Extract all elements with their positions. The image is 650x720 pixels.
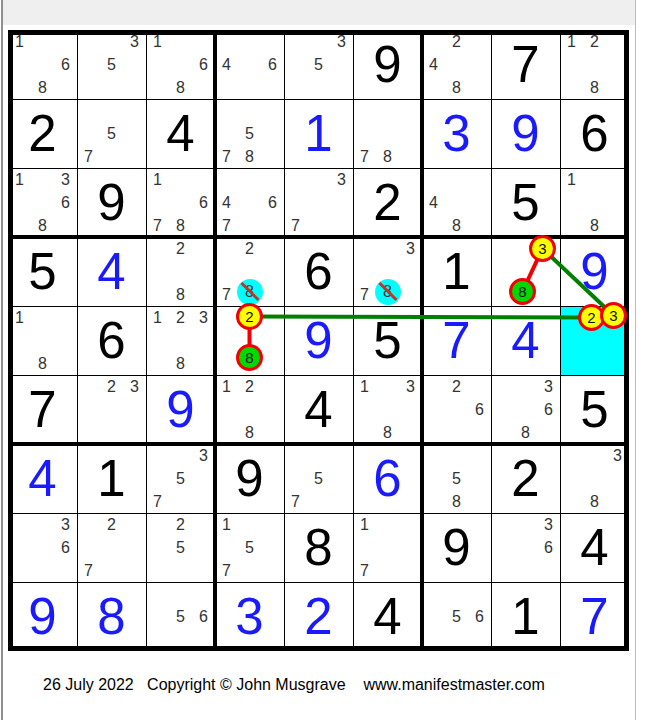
cell-r9c2[interactable]: 8 [77,582,146,651]
candidate-mark: 2 [100,513,123,536]
candidate-mark: 1 [146,168,169,191]
candidate-mark: 5 [307,467,330,490]
candidate-mark: 4 [422,53,445,76]
candidate-mark: 6 [192,191,215,214]
candidate-mark: 8 [376,421,399,444]
candidate-mark: 2 [169,237,192,260]
cell-r1c8[interactable]: 7 [491,30,560,99]
solved-digit: 2 [491,444,560,513]
candidate-mark: 8 [31,352,54,375]
cell-r8c2[interactable]: 27 [77,513,146,582]
solved-digit: 3 [215,582,284,651]
candidate-mark: 8 [376,145,399,168]
sudoku-app-page: { "game": "sudoku", "position": "0000090… [0,0,650,720]
cell-r4c2[interactable]: 4 [77,237,146,306]
chain-node-yellow-3: 3 [529,235,556,262]
candidate-mark: 5 [100,122,123,145]
candidate-mark: 7 [77,145,100,168]
cell-r9c7[interactable]: 56 [422,582,491,651]
candidate-mark: 7 [353,283,376,306]
cell-r7c1[interactable]: 4 [8,444,77,513]
solved-digit: 9 [284,306,353,375]
candidate-mark: 3 [123,375,146,398]
cell-r9c5[interactable]: 2 [284,582,353,651]
solved-digit: 8 [284,513,353,582]
candidate-mark: 8 [238,145,261,168]
solved-digit: 9 [8,582,77,651]
cell-r9c1[interactable]: 9 [8,582,77,651]
solved-digit: 6 [284,237,353,306]
solved-digit: 6 [353,444,422,513]
cell-r7c4[interactable]: 9 [215,444,284,513]
candidate-mark: 5 [307,53,330,76]
eliminated-candidate-8: 8 [237,279,263,305]
chain-node-green-8: 8 [236,344,263,371]
solved-digit: 9 [422,513,491,582]
solved-digit: 2 [284,582,353,651]
candidate-mark: 8 [583,76,606,99]
candidate-mark: 4 [215,191,238,214]
candidate-mark: 1 [560,168,583,191]
cell-r3c7[interactable]: 48 [422,168,491,237]
candidate-mark: 3 [123,30,146,53]
candidate-mark: 5 [238,536,261,559]
cell-r2c4[interactable]: 578 [215,99,284,168]
candidate-mark: 8 [583,214,606,237]
solved-digit: 7 [8,375,77,444]
solved-digit: 7 [560,582,629,651]
candidate-mark: 3 [330,30,353,53]
cell-r9c6[interactable]: 4 [353,582,422,651]
candidate-mark: 3 [330,168,353,191]
candidate-mark: 7 [215,214,238,237]
candidate-mark: 5 [169,467,192,490]
candidate-mark: 5 [445,605,468,628]
candidate-mark: 7 [77,559,100,582]
solved-digit: 1 [422,237,491,306]
candidate-mark: 8 [31,76,54,99]
candidate-mark: 3 [399,237,422,260]
cell-r4c5[interactable]: 6 [284,237,353,306]
candidate-mark: 5 [169,536,192,559]
cell-r4c7[interactable]: 1 [422,237,491,306]
cell-r2c5[interactable]: 1 [284,99,353,168]
cell-r7c2[interactable]: 1 [77,444,146,513]
candidate-mark: 3 [192,444,215,467]
chain-node-yellow-2: 2 [236,303,263,330]
solved-digit: 1 [284,99,353,168]
cell-r3c5[interactable]: 37 [284,168,353,237]
solved-digit: 2 [8,99,77,168]
candidate-mark: 1 [353,513,376,536]
candidate-mark: 8 [169,352,192,375]
cell-r4c3[interactable]: 28 [146,237,215,306]
cell-r7c8[interactable]: 2 [491,444,560,513]
cell-r6c6[interactable]: 138 [353,375,422,444]
cell-r8c1[interactable]: 36 [8,513,77,582]
cell-r4c9[interactable]: 9 [560,237,629,306]
solved-digit: 7 [422,306,491,375]
candidate-mark: 2 [445,375,468,398]
candidate-mark: 6 [54,191,77,214]
cell-r7c7[interactable]: 58 [422,444,491,513]
solved-digit: 5 [353,306,422,375]
solved-digit: 1 [77,444,146,513]
candidate-mark: 8 [583,490,606,513]
candidate-mark: 8 [169,283,192,306]
candidate-mark: 3 [54,168,77,191]
cell-r2c1[interactable]: 2 [8,99,77,168]
solved-digit: 6 [560,99,629,168]
candidate-mark: 1 [353,375,376,398]
cell-r9c9[interactable]: 7 [560,582,629,651]
candidate-mark: 1 [560,30,583,53]
candidate-mark: 3 [192,306,215,329]
candidate-mark: 8 [445,490,468,513]
candidate-mark: 8 [238,421,261,444]
cell-r1c1[interactable]: 168 [8,30,77,99]
candidate-mark: 7 [215,145,238,168]
cell-r3c8[interactable]: 5 [491,168,560,237]
cell-r4c1[interactable]: 5 [8,237,77,306]
solved-digit: 4 [560,513,629,582]
cell-r5c6[interactable]: 5 [353,306,422,375]
solved-digit: 5 [8,237,77,306]
solved-digit: 3 [422,99,491,168]
candidate-mark: 5 [169,605,192,628]
candidate-mark: 8 [169,76,192,99]
solved-digit: 9 [353,30,422,99]
sudoku-board: 1683516846359248712825745781783961368916… [8,30,629,651]
candidate-mark: 7 [284,214,307,237]
cell-r3c1[interactable]: 1368 [8,168,77,237]
solved-digit: 9 [215,444,284,513]
candidate-mark: 1 [8,306,31,329]
candidate-mark: 1 [146,30,169,53]
solved-digit: 9 [560,237,629,306]
cell-r6c1[interactable]: 7 [8,375,77,444]
solved-digit: 9 [491,99,560,168]
cell-r8c9[interactable]: 4 [560,513,629,582]
cell-r6c2[interactable]: 23 [77,375,146,444]
cell-r6c8[interactable]: 368 [491,375,560,444]
cell-r1c7[interactable]: 248 [422,30,491,99]
cell-r5c1[interactable]: 18 [8,306,77,375]
candidate-mark: 5 [100,53,123,76]
candidate-mark: 2 [238,237,261,260]
candidate-mark: 3 [537,513,560,536]
cell-r7c9[interactable]: 38 [560,444,629,513]
cell-r9c3[interactable]: 56 [146,582,215,651]
candidate-mark: 7 [353,559,376,582]
cell-r8c7[interactable]: 9 [422,513,491,582]
candidate-mark: 3 [54,513,77,536]
candidate-mark: 7 [146,214,169,237]
solved-digit: 4 [146,99,215,168]
candidate-mark: 8 [31,214,54,237]
candidate-mark: 7 [353,145,376,168]
candidate-mark: 8 [169,214,192,237]
candidate-mark: 1 [146,306,169,329]
candidate-mark: 2 [100,375,123,398]
chain-node-green-8: 8 [509,278,536,305]
candidate-mark: 2 [169,306,192,329]
cell-r1c6[interactable]: 9 [353,30,422,99]
candidate-mark: 6 [537,536,560,559]
cell-r5c7[interactable]: 7 [422,306,491,375]
cell-r8c8[interactable]: 36 [491,513,560,582]
cell-r1c4[interactable]: 46 [215,30,284,99]
candidate-mark: 2 [238,375,261,398]
solved-digit: 8 [77,582,146,651]
candidate-mark: 3 [537,375,560,398]
cell-r2c9[interactable]: 6 [560,99,629,168]
candidate-mark: 1 [8,168,31,191]
cell-r5c8[interactable]: 4 [491,306,560,375]
cell-r9c4[interactable]: 3 [215,582,284,651]
solved-digit: 4 [77,237,146,306]
cell-r1c5[interactable]: 35 [284,30,353,99]
candidate-mark: 6 [54,536,77,559]
candidate-mark: 6 [261,53,284,76]
solved-digit: 4 [284,375,353,444]
cell-r8c3[interactable]: 25 [146,513,215,582]
cell-r7c3[interactable]: 357 [146,444,215,513]
solved-digit: 5 [560,375,629,444]
solved-digit: 4 [491,306,560,375]
cell-r5c5[interactable]: 9 [284,306,353,375]
candidate-mark: 2 [583,30,606,53]
solved-digit: 1 [491,582,560,651]
cell-r3c9[interactable]: 18 [560,168,629,237]
cell-r8c4[interactable]: 157 [215,513,284,582]
solved-digit: 5 [491,168,560,237]
eliminated-candidate-8: 8 [375,279,401,305]
candidate-mark: 7 [215,283,238,306]
candidate-mark: 8 [514,421,537,444]
cell-r2c7[interactable]: 3 [422,99,491,168]
cell-r1c2[interactable]: 35 [77,30,146,99]
candidate-mark: 1 [215,513,238,536]
solved-digit: 7 [491,30,560,99]
candidate-mark: 4 [215,53,238,76]
cell-r6c7[interactable]: 26 [422,375,491,444]
solved-digit: 2 [353,168,422,237]
cell-r3c4[interactable]: 467 [215,168,284,237]
candidate-mark: 3 [399,375,422,398]
window-edge-left [1,0,3,720]
cell-r6c4[interactable]: 128 [215,375,284,444]
footer-credit: 26 July 2022 Copyright © John Musgrave w… [43,676,545,694]
cell-r3c3[interactable]: 1678 [146,168,215,237]
candidate-mark: 6 [468,398,491,421]
candidate-mark: 6 [192,53,215,76]
candidate-mark: 8 [445,214,468,237]
candidate-mark: 5 [238,122,261,145]
cell-r2c3[interactable]: 4 [146,99,215,168]
cell-r8c6[interactable]: 17 [353,513,422,582]
candidate-mark: 5 [445,467,468,490]
cell-r8c5[interactable]: 8 [284,513,353,582]
solved-digit: 9 [77,168,146,237]
window-edge-right [635,0,636,720]
candidate-mark: 6 [468,605,491,628]
cell-r2c8[interactable]: 9 [491,99,560,168]
solved-digit: 6 [77,306,146,375]
solved-digit: 4 [353,582,422,651]
cell-r7c6[interactable]: 6 [353,444,422,513]
candidate-mark: 8 [445,76,468,99]
candidate-mark: 7 [215,559,238,582]
solved-digit: 4 [8,444,77,513]
cell-r6c5[interactable]: 4 [284,375,353,444]
candidate-mark: 7 [146,490,169,513]
cell-r1c9[interactable]: 128 [560,30,629,99]
cell-r6c9[interactable]: 5 [560,375,629,444]
cell-r9c8[interactable]: 1 [491,582,560,651]
candidate-mark: 6 [261,191,284,214]
candidate-mark: 7 [284,490,307,513]
solved-digit: 9 [146,375,215,444]
cell-r3c6[interactable]: 2 [353,168,422,237]
candidate-mark: 1 [8,30,31,53]
top-strip [3,0,635,25]
candidate-mark: 6 [192,605,215,628]
cell-r6c3[interactable]: 9 [146,375,215,444]
candidate-mark: 2 [445,30,468,53]
candidate-mark: 1 [215,375,238,398]
cell-r3c2[interactable]: 9 [77,168,146,237]
candidate-mark: 3 [606,444,629,467]
cell-r5c3[interactable]: 1238 [146,306,215,375]
chain-node-yellow-3: 3 [600,302,627,329]
cell-r5c2[interactable]: 6 [77,306,146,375]
cell-r2c6[interactable]: 78 [353,99,422,168]
candidate-mark: 4 [422,191,445,214]
candidate-mark: 2 [169,513,192,536]
cell-r7c5[interactable]: 57 [284,444,353,513]
cell-r1c3[interactable]: 168 [146,30,215,99]
candidate-mark: 6 [537,398,560,421]
candidate-mark: 6 [54,53,77,76]
cell-r2c2[interactable]: 57 [77,99,146,168]
